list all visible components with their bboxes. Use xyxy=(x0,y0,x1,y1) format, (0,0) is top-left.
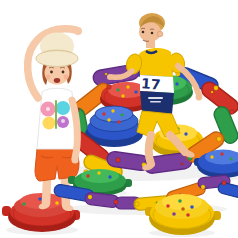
scene-svg: 17 xyxy=(0,0,238,238)
product-photo: 17 xyxy=(0,0,238,238)
boy-ear xyxy=(157,31,163,37)
girl-leg-left xyxy=(46,180,47,203)
boy-hand-left xyxy=(107,74,113,80)
boy-leg-left xyxy=(149,135,151,164)
girl-hat-brim xyxy=(36,51,78,67)
girl-hand-down xyxy=(72,157,79,164)
boy-hand-right xyxy=(196,94,203,101)
girl-hand-raised xyxy=(74,27,82,35)
jersey-number: 17 xyxy=(140,75,161,92)
girl-mouth xyxy=(54,78,60,83)
